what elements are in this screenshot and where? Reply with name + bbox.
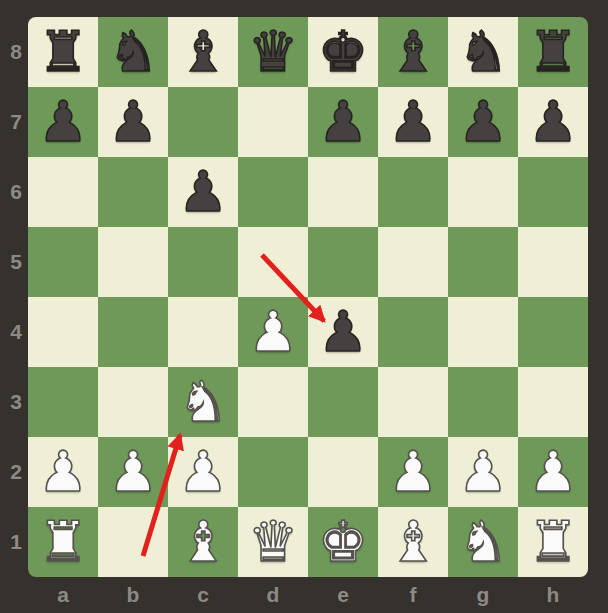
square-g1[interactable]: ♞ — [448, 507, 518, 577]
square-g6[interactable] — [448, 157, 518, 227]
square-a2[interactable]: ♟ — [28, 437, 98, 507]
black-bishop-c8[interactable]: ♝ — [168, 17, 238, 87]
square-e6[interactable] — [308, 157, 378, 227]
square-a8[interactable]: ♜ — [28, 17, 98, 87]
square-h8[interactable]: ♜ — [518, 17, 588, 87]
white-pawn-a2[interactable]: ♟ — [28, 437, 98, 507]
square-d8[interactable]: ♛ — [238, 17, 308, 87]
chess-app: ♜♞♝♛♚♝♞♜♟♟♟♟♟♟♟♟♟♞♟♟♟♟♟♟♜♝♛♚♝♞♜ 87654321… — [0, 0, 608, 613]
square-a6[interactable] — [28, 157, 98, 227]
file-label-h: h — [518, 579, 588, 611]
white-bishop-c1[interactable]: ♝ — [168, 507, 238, 577]
square-c5[interactable] — [168, 227, 238, 297]
black-rook-h8[interactable]: ♜ — [518, 17, 588, 87]
black-knight-b8[interactable]: ♞ — [98, 17, 168, 87]
square-g3[interactable] — [448, 367, 518, 437]
file-label-b: b — [98, 579, 168, 611]
black-pawn-h7[interactable]: ♟ — [518, 87, 588, 157]
rank-label-8: 8 — [2, 17, 30, 87]
black-pawn-e4[interactable]: ♟ — [308, 297, 378, 367]
square-b4[interactable] — [98, 297, 168, 367]
square-g4[interactable] — [448, 297, 518, 367]
square-d7[interactable] — [238, 87, 308, 157]
black-king-e8[interactable]: ♚ — [308, 17, 378, 87]
square-g8[interactable]: ♞ — [448, 17, 518, 87]
file-label-e: e — [308, 579, 378, 611]
white-pawn-g2[interactable]: ♟ — [448, 437, 518, 507]
square-d5[interactable] — [238, 227, 308, 297]
rank-label-1: 1 — [2, 507, 30, 577]
square-f7[interactable]: ♟ — [378, 87, 448, 157]
black-pawn-b7[interactable]: ♟ — [98, 87, 168, 157]
square-c7[interactable] — [168, 87, 238, 157]
white-pawn-f2[interactable]: ♟ — [378, 437, 448, 507]
square-a3[interactable] — [28, 367, 98, 437]
square-a4[interactable] — [28, 297, 98, 367]
black-rook-a8[interactable]: ♜ — [28, 17, 98, 87]
rank-label-3: 3 — [2, 367, 30, 437]
square-a1[interactable]: ♜ — [28, 507, 98, 577]
white-king-e1[interactable]: ♚ — [308, 507, 378, 577]
file-label-a: a — [28, 579, 98, 611]
black-pawn-a7[interactable]: ♟ — [28, 87, 98, 157]
rank-label-4: 4 — [2, 297, 30, 367]
file-label-f: f — [378, 579, 448, 611]
square-f2[interactable]: ♟ — [378, 437, 448, 507]
black-pawn-g7[interactable]: ♟ — [448, 87, 518, 157]
square-e7[interactable]: ♟ — [308, 87, 378, 157]
square-d1[interactable]: ♛ — [238, 507, 308, 577]
square-f5[interactable] — [378, 227, 448, 297]
square-h6[interactable] — [518, 157, 588, 227]
square-g2[interactable]: ♟ — [448, 437, 518, 507]
rank-label-2: 2 — [2, 437, 30, 507]
square-e5[interactable] — [308, 227, 378, 297]
black-bishop-f8[interactable]: ♝ — [378, 17, 448, 87]
black-pawn-f7[interactable]: ♟ — [378, 87, 448, 157]
black-pawn-e7[interactable]: ♟ — [308, 87, 378, 157]
square-b3[interactable] — [98, 367, 168, 437]
file-label-c: c — [168, 579, 238, 611]
square-h3[interactable] — [518, 367, 588, 437]
square-c6[interactable]: ♟ — [168, 157, 238, 227]
square-a7[interactable]: ♟ — [28, 87, 98, 157]
square-c4[interactable] — [168, 297, 238, 367]
square-f6[interactable] — [378, 157, 448, 227]
square-d2[interactable] — [238, 437, 308, 507]
black-knight-g8[interactable]: ♞ — [448, 17, 518, 87]
white-queen-d1[interactable]: ♛ — [238, 507, 308, 577]
square-b2[interactable]: ♟ — [98, 437, 168, 507]
square-c1[interactable]: ♝ — [168, 507, 238, 577]
white-pawn-d4[interactable]: ♟ — [238, 297, 308, 367]
square-f8[interactable]: ♝ — [378, 17, 448, 87]
square-b5[interactable] — [98, 227, 168, 297]
rank-label-5: 5 — [2, 227, 30, 297]
black-queen-d8[interactable]: ♛ — [238, 17, 308, 87]
square-b7[interactable]: ♟ — [98, 87, 168, 157]
square-c8[interactable]: ♝ — [168, 17, 238, 87]
white-pawn-b2[interactable]: ♟ — [98, 437, 168, 507]
square-f3[interactable] — [378, 367, 448, 437]
rank-label-6: 6 — [2, 157, 30, 227]
white-pawn-c2[interactable]: ♟ — [168, 437, 238, 507]
square-b6[interactable] — [98, 157, 168, 227]
file-label-d: d — [238, 579, 308, 611]
square-e3[interactable] — [308, 367, 378, 437]
square-c2[interactable]: ♟ — [168, 437, 238, 507]
square-h7[interactable]: ♟ — [518, 87, 588, 157]
square-b1[interactable] — [98, 507, 168, 577]
white-knight-c3[interactable]: ♞ — [168, 367, 238, 437]
square-f1[interactable]: ♝ — [378, 507, 448, 577]
square-g7[interactable]: ♟ — [448, 87, 518, 157]
white-bishop-f1[interactable]: ♝ — [378, 507, 448, 577]
white-rook-h1[interactable]: ♜ — [518, 507, 588, 577]
rank-label-7: 7 — [2, 87, 30, 157]
chess-board: ♜♞♝♛♚♝♞♜♟♟♟♟♟♟♟♟♟♞♟♟♟♟♟♟♜♝♛♚♝♞♜ — [28, 17, 588, 577]
white-pawn-h2[interactable]: ♟ — [518, 437, 588, 507]
square-h1[interactable]: ♜ — [518, 507, 588, 577]
square-h5[interactable] — [518, 227, 588, 297]
white-rook-a1[interactable]: ♜ — [28, 507, 98, 577]
square-g5[interactable] — [448, 227, 518, 297]
square-h4[interactable] — [518, 297, 588, 367]
square-d6[interactable] — [238, 157, 308, 227]
white-knight-g1[interactable]: ♞ — [448, 507, 518, 577]
square-f4[interactable] — [378, 297, 448, 367]
square-e4[interactable]: ♟ — [308, 297, 378, 367]
square-b8[interactable]: ♞ — [98, 17, 168, 87]
square-a5[interactable] — [28, 227, 98, 297]
square-e1[interactable]: ♚ — [308, 507, 378, 577]
black-pawn-c6[interactable]: ♟ — [168, 157, 238, 227]
square-d3[interactable] — [238, 367, 308, 437]
square-d4[interactable]: ♟ — [238, 297, 308, 367]
square-e2[interactable] — [308, 437, 378, 507]
square-e8[interactable]: ♚ — [308, 17, 378, 87]
square-h2[interactable]: ♟ — [518, 437, 588, 507]
square-c3[interactable]: ♞ — [168, 367, 238, 437]
file-label-g: g — [448, 579, 518, 611]
